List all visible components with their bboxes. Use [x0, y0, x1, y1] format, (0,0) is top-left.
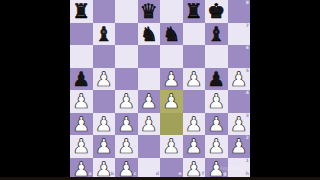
square-h7[interactable]: 7	[228, 23, 251, 46]
piece-white-pawn[interactable]: ♟	[72, 158, 90, 178]
square-h3[interactable]: ♟3	[228, 113, 251, 136]
square-g5[interactable]: ♟	[205, 68, 228, 91]
square-e5[interactable]: ♟	[160, 68, 183, 91]
piece-white-pawn[interactable]: ♟	[117, 136, 135, 156]
square-h6[interactable]: 6	[228, 45, 251, 68]
coord-rank-1: 1	[246, 159, 249, 164]
square-b6[interactable]	[93, 45, 116, 68]
letterbox-left	[0, 0, 70, 180]
coord-rank-6: 6	[246, 46, 249, 51]
coord-rank-5: 5	[246, 69, 249, 74]
square-f4[interactable]	[183, 90, 206, 113]
piece-black-pawn[interactable]: ♟	[72, 68, 90, 88]
square-b7[interactable]: ♝	[93, 23, 116, 46]
coord-rank-2: 2	[246, 136, 249, 141]
square-g6[interactable]	[205, 45, 228, 68]
bottom-strip	[0, 177, 320, 180]
coord-rank-3: 3	[246, 114, 249, 119]
piece-white-pawn[interactable]: ♟	[185, 136, 203, 156]
piece-black-bishop[interactable]: ♝	[95, 23, 113, 43]
square-a3[interactable]: ♟	[70, 113, 93, 136]
piece-black-knight[interactable]: ♞	[162, 23, 180, 43]
square-c5[interactable]	[115, 68, 138, 91]
piece-white-pawn[interactable]: ♟	[117, 158, 135, 178]
square-e7[interactable]: ♞	[160, 23, 183, 46]
square-g2[interactable]: ♟	[205, 135, 228, 158]
coord-rank-8: 8	[246, 1, 249, 6]
piece-black-rook[interactable]: ♜	[185, 1, 203, 21]
square-b5[interactable]: ♟	[93, 68, 116, 91]
square-e2[interactable]: ♟	[160, 135, 183, 158]
piece-white-pawn[interactable]: ♟	[95, 113, 113, 133]
square-d6[interactable]	[138, 45, 161, 68]
chess-board: ♜♛♜♚8♝♞♞♝76♟♟♟♟♟♟5♟♟♟♟♟4♟♟♟♟♟♟♟3♟♟♟♟♟♟♟2…	[70, 0, 250, 180]
square-d5[interactable]	[138, 68, 161, 91]
square-b4[interactable]	[93, 90, 116, 113]
piece-white-pawn[interactable]: ♟	[230, 68, 248, 88]
piece-white-pawn[interactable]: ♟	[185, 113, 203, 133]
piece-white-pawn[interactable]: ♟	[207, 113, 225, 133]
piece-white-pawn[interactable]: ♟	[117, 91, 135, 111]
square-e6[interactable]	[160, 45, 183, 68]
square-c6[interactable]	[115, 45, 138, 68]
piece-white-pawn[interactable]: ♟	[72, 136, 90, 156]
piece-black-bishop[interactable]: ♝	[207, 23, 225, 43]
square-a4[interactable]: ♟	[70, 90, 93, 113]
piece-white-pawn[interactable]: ♟	[185, 68, 203, 88]
piece-white-pawn[interactable]: ♟	[162, 68, 180, 88]
piece-black-rook[interactable]: ♜	[72, 1, 90, 21]
piece-white-pawn[interactable]: ♟	[95, 158, 113, 178]
piece-white-pawn[interactable]: ♟	[72, 91, 90, 111]
square-f7[interactable]	[183, 23, 206, 46]
square-f6[interactable]	[183, 45, 206, 68]
square-d3[interactable]: ♟	[138, 113, 161, 136]
piece-white-pawn[interactable]: ♟	[140, 91, 158, 111]
square-d2[interactable]	[138, 135, 161, 158]
coord-file-e: e	[178, 172, 181, 177]
square-d7[interactable]: ♞	[138, 23, 161, 46]
square-f2[interactable]: ♟	[183, 135, 206, 158]
square-d8[interactable]: ♛	[138, 0, 161, 23]
piece-white-pawn[interactable]: ♟	[162, 136, 180, 156]
square-f8[interactable]: ♜	[183, 0, 206, 23]
square-a5[interactable]: ♟	[70, 68, 93, 91]
square-b8[interactable]	[93, 0, 116, 23]
coord-rank-4: 4	[246, 91, 249, 96]
piece-white-pawn[interactable]: ♟	[140, 113, 158, 133]
square-g7[interactable]: ♝	[205, 23, 228, 46]
piece-black-knight[interactable]: ♞	[140, 23, 158, 43]
square-h8[interactable]: 8	[228, 0, 251, 23]
square-f5[interactable]: ♟	[183, 68, 206, 91]
square-e8[interactable]	[160, 0, 183, 23]
square-f3[interactable]: ♟	[183, 113, 206, 136]
letterbox-right	[250, 0, 320, 180]
square-e3[interactable]	[160, 113, 183, 136]
square-c2[interactable]: ♟	[115, 135, 138, 158]
piece-white-pawn[interactable]: ♟	[230, 113, 248, 133]
coord-rank-7: 7	[246, 24, 249, 29]
coord-file-f: f	[202, 172, 204, 177]
coord-file-d: d	[156, 172, 159, 177]
coord-file-b: b	[111, 172, 114, 177]
piece-white-pawn[interactable]: ♟	[185, 158, 203, 178]
piece-white-pawn[interactable]: ♟	[95, 68, 113, 88]
square-h4[interactable]: 4	[228, 90, 251, 113]
square-b3[interactable]: ♟	[93, 113, 116, 136]
piece-white-pawn[interactable]: ♟	[207, 136, 225, 156]
square-a7[interactable]	[70, 23, 93, 46]
square-c7[interactable]	[115, 23, 138, 46]
coord-file-a: a	[88, 172, 91, 177]
square-d4[interactable]: ♟	[138, 90, 161, 113]
square-c8[interactable]	[115, 0, 138, 23]
coord-file-g: g	[223, 172, 226, 177]
coord-file-c: c	[134, 172, 137, 177]
square-g8[interactable]: ♚	[205, 0, 228, 23]
square-e4[interactable]: ♟	[160, 90, 183, 113]
video-frame: ♜♛♜♚8♝♞♞♝76♟♟♟♟♟♟5♟♟♟♟♟4♟♟♟♟♟♟♟3♟♟♟♟♟♟♟2…	[0, 0, 320, 180]
square-b2[interactable]: ♟	[93, 135, 116, 158]
piece-black-queen[interactable]: ♛	[140, 1, 158, 21]
piece-white-pawn[interactable]: ♟	[207, 91, 225, 111]
square-a8[interactable]: ♜	[70, 0, 93, 23]
coord-file-h: h	[246, 172, 249, 177]
piece-black-king[interactable]: ♚	[207, 1, 225, 21]
square-g4[interactable]: ♟	[205, 90, 228, 113]
watermark: (illegible)	[215, 166, 249, 172]
piece-black-pawn[interactable]: ♟	[207, 68, 225, 88]
piece-white-pawn[interactable]: ♟	[72, 113, 90, 133]
piece-white-pawn[interactable]: ♟	[162, 91, 180, 111]
square-a2[interactable]: ♟	[70, 135, 93, 158]
square-h2[interactable]: ♟2	[228, 135, 251, 158]
square-h5[interactable]: ♟5	[228, 68, 251, 91]
piece-white-pawn[interactable]: ♟	[95, 136, 113, 156]
square-a6[interactable]	[70, 45, 93, 68]
piece-white-pawn[interactable]: ♟	[117, 113, 135, 133]
square-c3[interactable]: ♟	[115, 113, 138, 136]
square-c4[interactable]: ♟	[115, 90, 138, 113]
square-g3[interactable]: ♟	[205, 113, 228, 136]
piece-white-pawn[interactable]: ♟	[230, 136, 248, 156]
